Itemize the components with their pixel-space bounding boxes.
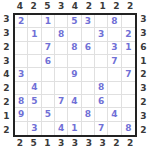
cell-r3c2[interactable] [28, 42, 41, 55]
top-clue-2: 2 [27, 0, 41, 13]
cell-r3c4[interactable] [55, 42, 68, 55]
top-clue-8: 2 [109, 0, 123, 13]
cell-r5c8[interactable] [108, 68, 121, 81]
bottom-clue-2: 5 [27, 137, 41, 150]
right-clue-1: 3 [137, 13, 150, 27]
top-clue-5: 4 [68, 0, 82, 13]
cell-r3c5[interactable]: 8 [68, 42, 81, 55]
cell-r6c4[interactable] [55, 82, 68, 95]
cell-r1c2[interactable] [28, 15, 41, 28]
cell-r4c2[interactable] [28, 55, 41, 68]
cell-r9c5[interactable]: 1 [68, 122, 81, 135]
bottom-clue-1: 2 [13, 137, 27, 150]
top-clue-6: 2 [82, 0, 96, 13]
cell-r2c3[interactable] [42, 28, 55, 41]
cell-r4c5[interactable] [68, 55, 81, 68]
left-clue-6: 2 [0, 82, 13, 96]
corner-top-right [137, 0, 150, 13]
cell-r9c6[interactable] [82, 122, 95, 135]
cell-r5c1[interactable]: 3 [15, 68, 28, 81]
cell-r3c9[interactable]: 1 [122, 42, 135, 55]
top-clue-7: 1 [96, 0, 110, 13]
cell-r2c8[interactable] [108, 28, 121, 41]
cell-r8c8[interactable]: 4 [108, 108, 121, 121]
left-clues: 332342212 [0, 13, 13, 137]
cell-r6c6[interactable] [82, 82, 95, 95]
cell-r7c4[interactable]: 7 [55, 95, 68, 108]
cell-r7c8[interactable] [108, 95, 121, 108]
cell-r2c2[interactable]: 1 [28, 28, 41, 41]
cell-r5c7[interactable] [95, 68, 108, 81]
cell-r1c7[interactable] [95, 15, 108, 28]
cell-r9c9[interactable]: 8 [122, 122, 135, 135]
cell-r7c7[interactable]: 6 [95, 95, 108, 108]
cell-r5c4[interactable] [55, 68, 68, 81]
cell-r1c4[interactable] [55, 15, 68, 28]
cell-r4c8[interactable]: 7 [108, 55, 121, 68]
left-clue-1: 3 [0, 13, 13, 27]
top-clue-1: 4 [13, 0, 27, 13]
bottom-clue-9: 2 [123, 137, 137, 150]
cell-r5c5[interactable]: 9 [68, 68, 81, 81]
cell-r8c6[interactable]: 8 [82, 108, 95, 121]
right-clue-8: 3 [137, 109, 150, 123]
cell-r4c7[interactable] [95, 55, 108, 68]
bottom-clue-4: 3 [54, 137, 68, 150]
cell-r1c6[interactable]: 3 [82, 15, 95, 28]
corner-bottom-right [137, 137, 150, 150]
cell-r1c5[interactable]: 5 [68, 15, 81, 28]
left-clue-7: 2 [0, 96, 13, 110]
top-clue-3: 5 [41, 0, 55, 13]
cell-r7c2[interactable]: 5 [28, 95, 41, 108]
bottom-clue-5: 3 [68, 137, 82, 150]
right-clue-9: 2 [137, 123, 150, 137]
cell-r6c7[interactable]: 8 [95, 82, 108, 95]
cell-r9c2[interactable]: 3 [28, 122, 41, 135]
bottom-clues: 251333322 [13, 137, 137, 150]
cell-r3c3[interactable]: 7 [42, 42, 55, 55]
cell-r3c8[interactable]: 3 [108, 42, 121, 55]
cell-r8c7[interactable] [95, 108, 108, 121]
cell-r9c7[interactable]: 7 [95, 122, 108, 135]
right-clue-3: 6 [137, 41, 150, 55]
cell-r6c9[interactable] [122, 82, 135, 95]
cell-r9c8[interactable] [108, 122, 121, 135]
right-clues: 336123232 [137, 13, 150, 137]
top-clues: 425342122 [13, 0, 137, 13]
right-clue-4: 1 [137, 54, 150, 68]
cell-r6c8[interactable] [108, 82, 121, 95]
top-clue-9: 2 [123, 0, 137, 13]
cell-r6c5[interactable] [68, 82, 81, 95]
cell-r4c6[interactable] [82, 55, 95, 68]
right-clue-7: 2 [137, 96, 150, 110]
cell-r5c6[interactable] [82, 68, 95, 81]
bottom-clue-3: 1 [41, 137, 55, 150]
cell-r4c9[interactable] [122, 55, 135, 68]
cell-r7c3[interactable] [42, 95, 55, 108]
cell-r9c3[interactable] [42, 122, 55, 135]
corner-bottom-left [0, 137, 13, 150]
cell-r8c4[interactable] [55, 108, 68, 121]
cell-r2c1[interactable] [15, 28, 28, 41]
cell-r3c7[interactable] [95, 42, 108, 55]
cell-r7c1[interactable]: 8 [15, 95, 28, 108]
cell-r8c1[interactable]: 9 [15, 108, 28, 121]
cell-r4c4[interactable] [55, 55, 68, 68]
cell-r6c2[interactable]: 4 [28, 82, 41, 95]
right-clue-2: 3 [137, 27, 150, 41]
cell-r5c2[interactable] [28, 68, 41, 81]
cell-r8c3[interactable]: 5 [42, 108, 55, 121]
cell-r9c4[interactable]: 4 [55, 122, 68, 135]
cell-r4c3[interactable]: 6 [42, 55, 55, 68]
left-clue-8: 1 [0, 109, 13, 123]
cell-r3c1[interactable] [15, 42, 28, 55]
cell-r5c9[interactable]: 7 [122, 68, 135, 81]
cell-r9c1[interactable] [15, 122, 28, 135]
left-clue-9: 2 [0, 123, 13, 137]
cell-r7c5[interactable]: 4 [68, 95, 81, 108]
bottom-clue-8: 2 [109, 137, 123, 150]
cell-r2c4[interactable]: 8 [55, 28, 68, 41]
corner-top-left [0, 0, 13, 13]
left-clue-4: 3 [0, 54, 13, 68]
cell-r7c6[interactable] [82, 95, 95, 108]
cell-r1c3[interactable]: 1 [42, 15, 55, 28]
cell-r8c2[interactable] [28, 108, 41, 121]
cell-r2c9[interactable]: 2 [122, 28, 135, 41]
right-clue-6: 3 [137, 82, 150, 96]
cell-r8c5[interactable] [68, 108, 81, 121]
left-clue-5: 4 [0, 68, 13, 82]
bottom-clue-6: 3 [82, 137, 96, 150]
puzzle-board: 21538183278631673974885746958434178 [13, 13, 137, 137]
cell-r5c3[interactable] [42, 68, 55, 81]
cell-r4c1[interactable] [15, 55, 28, 68]
cell-r1c1[interactable]: 2 [15, 15, 28, 28]
cell-r3c6[interactable]: 6 [82, 42, 95, 55]
right-clue-5: 2 [137, 68, 150, 82]
cell-r7c9[interactable] [122, 95, 135, 108]
cell-r2c5[interactable] [68, 28, 81, 41]
top-clue-4: 3 [54, 0, 68, 13]
cell-r8c9[interactable] [122, 108, 135, 121]
cell-r2c7[interactable]: 3 [95, 28, 108, 41]
left-clue-2: 3 [0, 27, 13, 41]
skyscrapers-puzzle: 425342122 332342212 21538183278631673974… [0, 0, 150, 150]
left-clue-3: 2 [0, 41, 13, 55]
bottom-clue-7: 3 [96, 137, 110, 150]
cell-r1c8[interactable]: 8 [108, 15, 121, 28]
cell-r6c1[interactable] [15, 82, 28, 95]
cell-r1c9[interactable] [122, 15, 135, 28]
cell-r6c3[interactable] [42, 82, 55, 95]
cell-r2c6[interactable] [82, 28, 95, 41]
